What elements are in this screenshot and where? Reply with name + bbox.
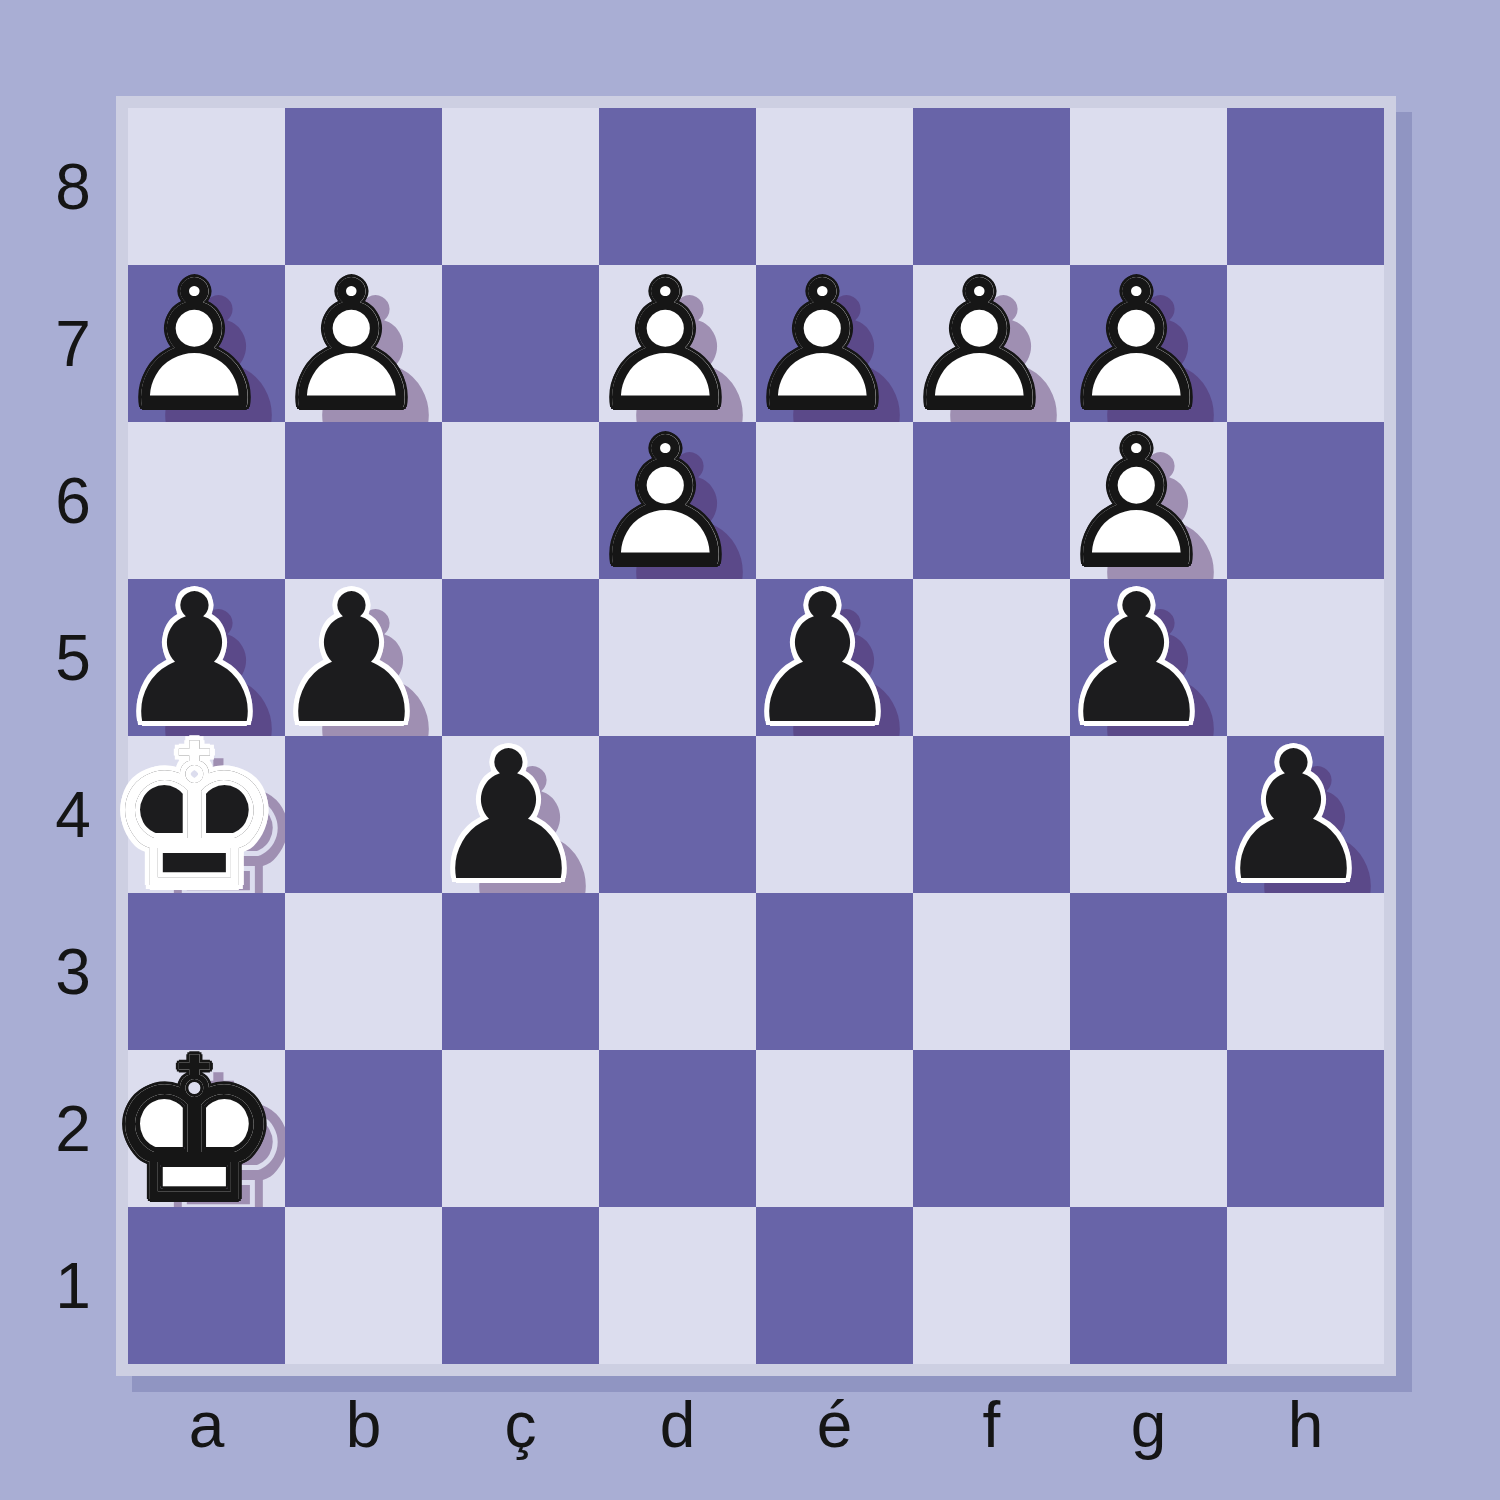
- white-pawn-icon: ♟: [587, 267, 744, 424]
- white-pawn-icon: ♟: [1058, 267, 1215, 424]
- square-g3[interactable]: [1070, 893, 1227, 1050]
- black-pawn-icon: ♟: [116, 581, 273, 738]
- square-h8[interactable]: [1227, 108, 1384, 265]
- white-pawn-outline-icon: ♙: [587, 424, 744, 581]
- white-pawn-outline-icon: ♙: [901, 267, 1058, 424]
- square-g4[interactable]: [1070, 736, 1227, 893]
- piece-white-pawn-e7[interactable]: ♟♙: [756, 265, 913, 422]
- white-pawn-icon: ♟: [744, 267, 901, 424]
- rank-label-5: 5: [15, 579, 131, 736]
- file-label-f: f: [913, 1380, 1070, 1470]
- file-label-e: é: [756, 1380, 913, 1470]
- square-a2[interactable]: ♚♔: [128, 1050, 285, 1207]
- file-label-b: b: [285, 1380, 442, 1470]
- piece-black-pawn-h4[interactable]: ♟: [1227, 736, 1384, 893]
- square-c3[interactable]: [442, 893, 599, 1050]
- piece-black-king-a4[interactable]: ♚♔: [128, 736, 285, 893]
- piece-white-pawn-d6[interactable]: ♟♙: [599, 422, 756, 579]
- square-b4[interactable]: [285, 736, 442, 893]
- square-a7[interactable]: ♟♙: [128, 265, 285, 422]
- piece-white-king-a2[interactable]: ♚♔: [128, 1050, 285, 1207]
- square-h7[interactable]: [1227, 265, 1384, 422]
- square-f5[interactable]: [913, 579, 1070, 736]
- square-h4[interactable]: ♟: [1227, 736, 1384, 893]
- rank-label-6: 6: [15, 422, 131, 579]
- rank-label-1: 1: [15, 1207, 131, 1364]
- black-pawn-icon: ♟: [273, 581, 430, 738]
- square-c4[interactable]: ♟: [442, 736, 599, 893]
- square-e1[interactable]: [756, 1207, 913, 1364]
- chess-diagram: 87654321 ♟♙♟♙♟♙♟♙♟♙♟♙♟♙♟♙♟♟♟♟♚♔♟♟♚♔ abçd…: [0, 0, 1500, 1500]
- square-e5[interactable]: ♟: [756, 579, 913, 736]
- square-e7[interactable]: ♟♙: [756, 265, 913, 422]
- white-pawn-outline-icon: ♙: [587, 267, 744, 424]
- rank-label-3: 3: [15, 893, 131, 1050]
- file-label-d: d: [599, 1380, 756, 1470]
- square-d1[interactable]: [599, 1207, 756, 1364]
- square-h1[interactable]: [1227, 1207, 1384, 1364]
- square-b7[interactable]: ♟♙: [285, 265, 442, 422]
- square-c1[interactable]: [442, 1207, 599, 1364]
- piece-black-pawn-c4[interactable]: ♟: [442, 736, 599, 893]
- square-h2[interactable]: [1227, 1050, 1384, 1207]
- white-pawn-outline-icon: ♙: [744, 267, 901, 424]
- square-h6[interactable]: [1227, 422, 1384, 579]
- square-g2[interactable]: [1070, 1050, 1227, 1207]
- square-c8[interactable]: [442, 108, 599, 265]
- square-d8[interactable]: [599, 108, 756, 265]
- white-pawn-icon: ♟: [1058, 424, 1215, 581]
- file-label-g: g: [1070, 1380, 1227, 1470]
- rank-labels: 87654321: [15, 108, 131, 1364]
- piece-white-pawn-g6[interactable]: ♟♙: [1070, 422, 1227, 579]
- square-b2[interactable]: [285, 1050, 442, 1207]
- square-e8[interactable]: [756, 108, 913, 265]
- square-f4[interactable]: [913, 736, 1070, 893]
- white-king-icon: ♚: [116, 1052, 273, 1209]
- square-f1[interactable]: [913, 1207, 1070, 1364]
- square-g7[interactable]: ♟♙: [1070, 265, 1227, 422]
- square-h3[interactable]: [1227, 893, 1384, 1050]
- white-pawn-outline-icon: ♙: [1058, 424, 1215, 581]
- square-a6[interactable]: [128, 422, 285, 579]
- file-label-c: ç: [442, 1380, 599, 1470]
- square-c6[interactable]: [442, 422, 599, 579]
- square-b5[interactable]: ♟: [285, 579, 442, 736]
- square-d4[interactable]: [599, 736, 756, 893]
- piece-black-pawn-e5[interactable]: ♟: [756, 579, 913, 736]
- black-pawn-icon: ♟: [1215, 738, 1372, 895]
- white-pawn-outline-icon: ♙: [116, 267, 273, 424]
- square-f8[interactable]: [913, 108, 1070, 265]
- piece-black-pawn-b5[interactable]: ♟: [285, 579, 442, 736]
- square-b8[interactable]: [285, 108, 442, 265]
- board: ♟♙♟♙♟♙♟♙♟♙♟♙♟♙♟♙♟♟♟♟♚♔♟♟♚♔: [128, 108, 1384, 1364]
- square-f2[interactable]: [913, 1050, 1070, 1207]
- file-label-a: a: [128, 1380, 285, 1470]
- square-h5[interactable]: [1227, 579, 1384, 736]
- rank-label-7: 7: [15, 265, 131, 422]
- square-g6[interactable]: ♟♙: [1070, 422, 1227, 579]
- square-b6[interactable]: [285, 422, 442, 579]
- white-pawn-outline-icon: ♙: [273, 267, 430, 424]
- square-d2[interactable]: [599, 1050, 756, 1207]
- square-e3[interactable]: [756, 893, 913, 1050]
- piece-black-pawn-g5[interactable]: ♟: [1070, 579, 1227, 736]
- square-c2[interactable]: [442, 1050, 599, 1207]
- white-pawn-icon: ♟: [116, 267, 273, 424]
- square-a8[interactable]: [128, 108, 285, 265]
- rank-label-4: 4: [15, 736, 131, 893]
- white-pawn-outline-icon: ♙: [1058, 267, 1215, 424]
- square-a1[interactable]: [128, 1207, 285, 1364]
- piece-white-pawn-a7[interactable]: ♟♙: [128, 265, 285, 422]
- square-f6[interactable]: [913, 422, 1070, 579]
- white-pawn-icon: ♟: [901, 267, 1058, 424]
- square-a4[interactable]: ♚♔: [128, 736, 285, 893]
- square-a3[interactable]: [128, 893, 285, 1050]
- piece-white-pawn-d7[interactable]: ♟♙: [599, 265, 756, 422]
- white-pawn-icon: ♟: [587, 424, 744, 581]
- piece-black-pawn-a5[interactable]: ♟: [128, 579, 285, 736]
- piece-white-pawn-b7[interactable]: ♟♙: [285, 265, 442, 422]
- rank-label-8: 8: [15, 108, 131, 265]
- piece-white-pawn-f7[interactable]: ♟♙: [913, 265, 1070, 422]
- piece-white-pawn-g7[interactable]: ♟♙: [1070, 265, 1227, 422]
- square-d3[interactable]: [599, 893, 756, 1050]
- square-b1[interactable]: [285, 1207, 442, 1364]
- board-frame: ♟♙♟♙♟♙♟♙♟♙♟♙♟♙♟♙♟♟♟♟♚♔♟♟♚♔: [116, 96, 1396, 1376]
- file-labels: abçdéfgh: [128, 1380, 1384, 1470]
- square-g8[interactable]: [1070, 108, 1227, 265]
- rank-label-2: 2: [15, 1050, 131, 1207]
- black-pawn-icon: ♟: [430, 738, 587, 895]
- square-g5[interactable]: ♟: [1070, 579, 1227, 736]
- white-pawn-icon: ♟: [273, 267, 430, 424]
- square-e6[interactable]: [756, 422, 913, 579]
- white-king-outline-icon: ♔: [116, 1052, 273, 1209]
- file-label-h: h: [1227, 1380, 1384, 1470]
- black-pawn-icon: ♟: [1058, 581, 1215, 738]
- square-g1[interactable]: [1070, 1207, 1227, 1364]
- square-d5[interactable]: [599, 579, 756, 736]
- square-f7[interactable]: ♟♙: [913, 265, 1070, 422]
- square-c7[interactable]: [442, 265, 599, 422]
- square-e2[interactable]: [756, 1050, 913, 1207]
- square-d6[interactable]: ♟♙: [599, 422, 756, 579]
- square-a5[interactable]: ♟: [128, 579, 285, 736]
- square-f3[interactable]: [913, 893, 1070, 1050]
- black-king-icon: ♚: [116, 738, 273, 895]
- square-e4[interactable]: [756, 736, 913, 893]
- black-king-outline-icon: ♔: [116, 738, 273, 895]
- square-b3[interactable]: [285, 893, 442, 1050]
- square-c5[interactable]: [442, 579, 599, 736]
- black-pawn-icon: ♟: [744, 581, 901, 738]
- square-d7[interactable]: ♟♙: [599, 265, 756, 422]
